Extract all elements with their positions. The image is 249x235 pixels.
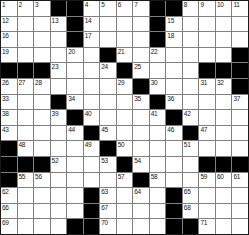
- grid-cell[interactable]: [67, 79, 83, 94]
- grid-cell[interactable]: [216, 204, 232, 219]
- clue-number: 10: [217, 1, 224, 8]
- clue-number: 49: [85, 141, 92, 148]
- black-square: [84, 126, 100, 141]
- grid-cell[interactable]: [18, 110, 34, 125]
- clue-number: 5: [101, 1, 104, 8]
- clue-number: 69: [2, 219, 9, 226]
- grid-cell[interactable]: [34, 95, 50, 110]
- grid-cell[interactable]: [84, 173, 100, 188]
- grid-cell[interactable]: 2: [18, 1, 34, 16]
- grid-cell[interactable]: [117, 110, 133, 125]
- grid-cell[interactable]: [166, 141, 182, 156]
- grid-cell[interactable]: [133, 126, 149, 141]
- grid-cell[interactable]: [51, 188, 67, 203]
- grid-cell[interactable]: 34: [67, 95, 83, 110]
- clue-number: 35: [134, 95, 141, 102]
- clue-number: 51: [184, 141, 191, 148]
- grid-cell[interactable]: 50: [117, 141, 133, 156]
- grid-cell[interactable]: 57: [117, 173, 133, 188]
- black-square: [67, 219, 83, 234]
- grid-cell[interactable]: 31: [199, 79, 215, 94]
- grid-cell[interactable]: [84, 63, 100, 78]
- grid-cell[interactable]: [100, 110, 116, 125]
- grid-cell[interactable]: 16: [1, 32, 17, 47]
- clue-number: 36: [167, 95, 174, 102]
- grid-cell[interactable]: [100, 95, 116, 110]
- grid-cell[interactable]: [150, 141, 166, 156]
- grid-cell[interactable]: 43: [1, 126, 17, 141]
- grid-cell[interactable]: [18, 188, 34, 203]
- clue-number: 55: [19, 173, 26, 180]
- grid-cell[interactable]: 12: [1, 17, 17, 32]
- grid-cell[interactable]: [18, 219, 34, 234]
- grid-cell[interactable]: [34, 32, 50, 47]
- black-square: [232, 79, 248, 94]
- clue-number: 15: [167, 17, 174, 24]
- grid-cell[interactable]: [100, 17, 116, 32]
- clue-number: 57: [118, 173, 125, 180]
- clue-number: 29: [118, 79, 125, 86]
- grid-cell[interactable]: [117, 32, 133, 47]
- grid-cell[interactable]: 9: [199, 1, 215, 16]
- clue-number: 25: [134, 63, 141, 70]
- grid-cell[interactable]: 55: [18, 173, 34, 188]
- grid-cell[interactable]: [199, 110, 215, 125]
- grid-cell[interactable]: [84, 95, 100, 110]
- grid-cell[interactable]: [199, 95, 215, 110]
- black-square: [183, 126, 199, 141]
- grid-cell[interactable]: [67, 63, 83, 78]
- grid-cell[interactable]: [216, 141, 232, 156]
- grid-cell[interactable]: [183, 17, 199, 32]
- grid-cell[interactable]: 47: [199, 126, 215, 141]
- grid-cell[interactable]: [232, 32, 248, 47]
- black-square: [216, 157, 232, 172]
- clue-number: 65: [184, 188, 191, 195]
- black-square: [1, 173, 17, 188]
- grid-cell[interactable]: [232, 126, 248, 141]
- grid-cell[interactable]: 54: [133, 157, 149, 172]
- grid-cell[interactable]: [133, 17, 149, 32]
- grid-cell[interactable]: [34, 188, 50, 203]
- clue-number: 53: [101, 157, 108, 164]
- grid-cell[interactable]: [216, 188, 232, 203]
- crossword-board: 1234567891011121314151617181920212223242…: [0, 0, 249, 235]
- black-square: [67, 1, 83, 16]
- clue-number: 68: [184, 204, 191, 211]
- grid-cell[interactable]: 27: [18, 79, 34, 94]
- black-square: [133, 173, 149, 188]
- grid-cell[interactable]: [150, 157, 166, 172]
- grid-cell[interactable]: 20: [67, 48, 83, 63]
- grid-cell[interactable]: 36: [166, 95, 182, 110]
- clue-number: 14: [85, 17, 92, 24]
- grid-cell[interactable]: 48: [18, 141, 34, 156]
- grid-cell[interactable]: [18, 17, 34, 32]
- grid-cell[interactable]: [34, 141, 50, 156]
- black-square: [166, 204, 182, 219]
- grid-cell[interactable]: 1: [1, 1, 17, 16]
- grid-cell[interactable]: [166, 63, 182, 78]
- grid-cell[interactable]: [232, 188, 248, 203]
- grid-cell[interactable]: [183, 63, 199, 78]
- grid-cell[interactable]: [183, 157, 199, 172]
- black-square: [232, 63, 248, 78]
- grid-cell[interactable]: [133, 204, 149, 219]
- grid-cell[interactable]: [133, 141, 149, 156]
- grid-cell[interactable]: [100, 32, 116, 47]
- crossword-page: 1234567891011121314151617181920212223242…: [0, 0, 249, 235]
- grid-cell[interactable]: 39: [51, 110, 67, 125]
- clue-number: 58: [151, 173, 158, 180]
- black-square: [166, 188, 182, 203]
- grid-cell[interactable]: [18, 95, 34, 110]
- clue-number: 59: [200, 173, 207, 180]
- grid-cell[interactable]: [34, 204, 50, 219]
- grid-cell[interactable]: [18, 204, 34, 219]
- black-square: [100, 141, 116, 156]
- clue-number: 8: [184, 1, 187, 8]
- black-square: [183, 219, 199, 234]
- grid-cell[interactable]: 45: [100, 126, 116, 141]
- clue-number: 52: [52, 157, 59, 164]
- grid-cell[interactable]: [117, 126, 133, 141]
- grid-cell[interactable]: [150, 126, 166, 141]
- black-square: [1, 141, 17, 156]
- grid-cell[interactable]: 13: [51, 17, 67, 32]
- black-square: [51, 1, 67, 16]
- clue-number: 66: [2, 204, 9, 211]
- grid-cell[interactable]: [216, 95, 232, 110]
- grid-cell[interactable]: 58: [150, 173, 166, 188]
- clue-number: 48: [19, 141, 26, 148]
- grid-cell[interactable]: [150, 204, 166, 219]
- grid-cell[interactable]: 69: [1, 219, 17, 234]
- clue-number: 24: [101, 63, 108, 70]
- grid-cell[interactable]: [199, 17, 215, 32]
- grid-cell[interactable]: [232, 204, 248, 219]
- clue-number: 45: [101, 126, 108, 133]
- clue-number: 33: [2, 95, 9, 102]
- grid-cell[interactable]: 59: [199, 173, 215, 188]
- grid-cell[interactable]: [183, 95, 199, 110]
- grid-cell[interactable]: [117, 188, 133, 203]
- grid-cell[interactable]: 52: [51, 157, 67, 172]
- black-square: [150, 95, 166, 110]
- grid-cell[interactable]: [84, 79, 100, 94]
- grid-cell[interactable]: [183, 48, 199, 63]
- grid-cell[interactable]: [67, 173, 83, 188]
- grid-cell[interactable]: 11: [232, 1, 248, 16]
- clue-number: 12: [2, 17, 9, 24]
- black-square: [100, 48, 116, 63]
- clue-number: 34: [68, 95, 75, 102]
- black-square: [1, 157, 17, 172]
- grid-cell[interactable]: 44: [67, 126, 83, 141]
- grid-cell[interactable]: [117, 95, 133, 110]
- grid-cell[interactable]: 26: [1, 79, 17, 94]
- grid-cell[interactable]: [166, 173, 182, 188]
- grid-cell[interactable]: [18, 126, 34, 141]
- grid-cell[interactable]: [183, 173, 199, 188]
- grid-cell[interactable]: 63: [100, 188, 116, 203]
- clue-number: 42: [184, 110, 191, 117]
- grid-cell[interactable]: [216, 126, 232, 141]
- grid-cell[interactable]: 17: [84, 32, 100, 47]
- grid-cell[interactable]: [166, 157, 182, 172]
- grid-cell[interactable]: 24: [100, 63, 116, 78]
- clue-number: 22: [151, 48, 158, 55]
- grid-cell[interactable]: [216, 48, 232, 63]
- grid-cell[interactable]: 56: [34, 173, 50, 188]
- black-square: [166, 219, 182, 234]
- clue-number: 44: [68, 126, 75, 133]
- grid-cell[interactable]: [51, 204, 67, 219]
- clue-number: 3: [35, 1, 38, 8]
- grid-cell[interactable]: [100, 79, 116, 94]
- grid-cell[interactable]: [51, 126, 67, 141]
- clue-number: 54: [134, 157, 141, 164]
- grid-cell[interactable]: 32: [216, 79, 232, 94]
- grid-cell[interactable]: 64: [133, 188, 149, 203]
- grid-cell[interactable]: [166, 48, 182, 63]
- black-square: [67, 17, 83, 32]
- grid-cell[interactable]: [18, 48, 34, 63]
- black-square: [150, 17, 166, 32]
- black-square: [51, 95, 67, 110]
- grid-cell[interactable]: [199, 141, 215, 156]
- clue-number: 50: [118, 141, 125, 148]
- clue-number: 40: [85, 110, 92, 117]
- grid-cell[interactable]: 49: [84, 141, 100, 156]
- grid-cell[interactable]: 4: [84, 1, 100, 16]
- clue-number: 60: [217, 173, 224, 180]
- grid-cell[interactable]: [51, 32, 67, 47]
- grid-cell[interactable]: 5: [100, 1, 116, 16]
- clue-number: 9: [200, 1, 203, 8]
- clue-number: 62: [2, 188, 9, 195]
- grid-cell[interactable]: [199, 32, 215, 47]
- grid-cell[interactable]: 67: [100, 204, 116, 219]
- clue-number: 47: [200, 126, 207, 133]
- grid-cell[interactable]: [183, 79, 199, 94]
- grid-cell[interactable]: 46: [166, 126, 182, 141]
- clue-number: 61: [233, 173, 240, 180]
- grid-cell[interactable]: [100, 173, 116, 188]
- grid-cell[interactable]: [133, 110, 149, 125]
- clue-number: 64: [134, 188, 141, 195]
- clue-number: 23: [52, 63, 59, 70]
- grid-cell[interactable]: [216, 110, 232, 125]
- grid-cell[interactable]: 35: [133, 95, 149, 110]
- grid-cell[interactable]: [232, 110, 248, 125]
- grid-cell[interactable]: [51, 48, 67, 63]
- grid-cell[interactable]: [216, 32, 232, 47]
- clue-number: 56: [35, 173, 42, 180]
- grid-cell[interactable]: [183, 32, 199, 47]
- grid-cell[interactable]: 42: [183, 110, 199, 125]
- grid-cell[interactable]: [51, 79, 67, 94]
- grid-cell[interactable]: 8: [183, 1, 199, 16]
- clue-number: 67: [101, 204, 108, 211]
- grid-cell[interactable]: 19: [1, 48, 17, 63]
- clue-number: 41: [151, 110, 158, 117]
- grid-cell[interactable]: 66: [1, 204, 17, 219]
- grid-cell[interactable]: 60: [216, 173, 232, 188]
- clue-number: 38: [2, 110, 9, 117]
- grid-cell[interactable]: [166, 79, 182, 94]
- clue-number: 32: [217, 79, 224, 86]
- grid-cell[interactable]: 28: [34, 79, 50, 94]
- black-square: [18, 157, 34, 172]
- grid-cell[interactable]: 3: [34, 1, 50, 16]
- clue-number: 13: [52, 17, 59, 24]
- black-square: [199, 63, 215, 78]
- clue-number: 2: [19, 1, 22, 8]
- grid-cell[interactable]: 68: [183, 204, 199, 219]
- black-square: [117, 63, 133, 78]
- grid-cell[interactable]: [67, 141, 83, 156]
- black-square: [67, 110, 83, 125]
- grid-cell[interactable]: 38: [1, 110, 17, 125]
- black-square: [199, 157, 215, 172]
- grid-cell[interactable]: [51, 173, 67, 188]
- grid-cell[interactable]: [67, 204, 83, 219]
- grid-cell[interactable]: 51: [183, 141, 199, 156]
- grid-cell[interactable]: 41: [150, 110, 166, 125]
- grid-cell[interactable]: 61: [232, 173, 248, 188]
- grid-cell[interactable]: [84, 48, 100, 63]
- grid-cell[interactable]: [34, 110, 50, 125]
- black-square: [84, 219, 100, 234]
- grid-cell[interactable]: 7: [133, 1, 149, 16]
- clue-number: 7: [134, 1, 137, 8]
- clue-number: 71: [200, 219, 207, 226]
- grid-cell[interactable]: [199, 204, 215, 219]
- grid-cell[interactable]: 6: [117, 1, 133, 16]
- grid-cell[interactable]: 30: [150, 79, 166, 94]
- grid-cell[interactable]: 22: [150, 48, 166, 63]
- black-square: [117, 157, 133, 172]
- grid-cell[interactable]: [117, 204, 133, 219]
- clue-number: 26: [2, 79, 9, 86]
- grid-cell[interactable]: [84, 157, 100, 172]
- grid-cell[interactable]: [232, 141, 248, 156]
- grid-cell[interactable]: [51, 219, 67, 234]
- black-square: [150, 32, 166, 47]
- grid-cell[interactable]: 29: [117, 79, 133, 94]
- black-square: [67, 32, 83, 47]
- clue-number: 20: [68, 48, 75, 55]
- black-square: [1, 63, 17, 78]
- black-square: [166, 110, 182, 125]
- clue-number: 30: [151, 79, 158, 86]
- clue-number: 11: [233, 1, 239, 8]
- black-square: [84, 204, 100, 219]
- grid-cell[interactable]: [133, 48, 149, 63]
- grid-cell[interactable]: 37: [232, 95, 248, 110]
- clue-number: 70: [101, 219, 108, 226]
- grid-cell[interactable]: [150, 188, 166, 203]
- grid-cell[interactable]: 18: [166, 32, 182, 47]
- black-square: [216, 63, 232, 78]
- black-square: [84, 188, 100, 203]
- grid-cell[interactable]: 62: [1, 188, 17, 203]
- grid-cell[interactable]: [133, 32, 149, 47]
- grid-cell[interactable]: 33: [1, 95, 17, 110]
- grid-cell[interactable]: [18, 32, 34, 47]
- black-square: [232, 157, 248, 172]
- grid-cell[interactable]: [133, 219, 149, 234]
- black-square: [166, 1, 182, 16]
- clue-number: 43: [2, 126, 9, 133]
- clue-number: 39: [52, 110, 59, 117]
- grid-cell[interactable]: [34, 48, 50, 63]
- grid-cell[interactable]: [199, 48, 215, 63]
- clue-number: 28: [35, 79, 42, 86]
- grid-cell[interactable]: [216, 219, 232, 234]
- grid-cell[interactable]: 10: [216, 1, 232, 16]
- grid-cell[interactable]: 53: [100, 157, 116, 172]
- clue-number: 16: [2, 32, 9, 39]
- grid-cell[interactable]: [34, 17, 50, 32]
- black-square: [232, 48, 248, 63]
- black-square: [34, 157, 50, 172]
- clue-number: 63: [101, 188, 108, 195]
- grid-cell[interactable]: 25: [133, 63, 149, 78]
- grid-cell[interactable]: [150, 219, 166, 234]
- grid-cell[interactable]: 65: [183, 188, 199, 203]
- grid-cell[interactable]: [67, 157, 83, 172]
- clue-number: 17: [85, 32, 92, 39]
- clue-number: 4: [85, 1, 88, 8]
- black-square: [133, 79, 149, 94]
- clue-number: 31: [200, 79, 207, 86]
- grid-cell[interactable]: [232, 219, 248, 234]
- grid-cell[interactable]: [199, 188, 215, 203]
- grid-cell[interactable]: 15: [166, 17, 182, 32]
- grid-cell[interactable]: 40: [84, 110, 100, 125]
- grid-cell[interactable]: [117, 219, 133, 234]
- grid-cell[interactable]: [150, 63, 166, 78]
- grid-cell[interactable]: [51, 141, 67, 156]
- black-square: [34, 63, 50, 78]
- grid-cell[interactable]: [216, 17, 232, 32]
- clue-number: 27: [19, 79, 26, 86]
- clue-number: 21: [118, 48, 125, 55]
- clue-number: 18: [167, 32, 174, 39]
- clue-number: 1: [2, 1, 5, 8]
- black-square: [18, 63, 34, 78]
- grid-cell[interactable]: 71: [199, 219, 215, 234]
- clue-number: 6: [118, 1, 121, 8]
- grid-cell[interactable]: [67, 188, 83, 203]
- clue-number: 37: [233, 95, 240, 102]
- grid-cell[interactable]: [34, 126, 50, 141]
- grid-cell[interactable]: 23: [51, 63, 67, 78]
- grid-cell[interactable]: [232, 17, 248, 32]
- clue-number: 46: [167, 126, 174, 133]
- grid-cell[interactable]: 14: [84, 17, 100, 32]
- black-square: [150, 1, 166, 16]
- grid-cell[interactable]: 21: [117, 48, 133, 63]
- clue-number: 19: [2, 48, 9, 55]
- grid-cell[interactable]: 70: [100, 219, 116, 234]
- grid-cell[interactable]: [34, 219, 50, 234]
- grid-cell[interactable]: [117, 17, 133, 32]
